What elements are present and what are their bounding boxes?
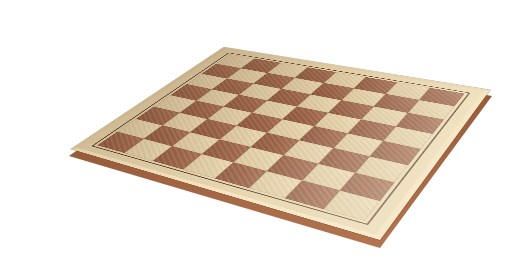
- photo-background: [0, 0, 510, 266]
- board-grid: [97, 54, 464, 220]
